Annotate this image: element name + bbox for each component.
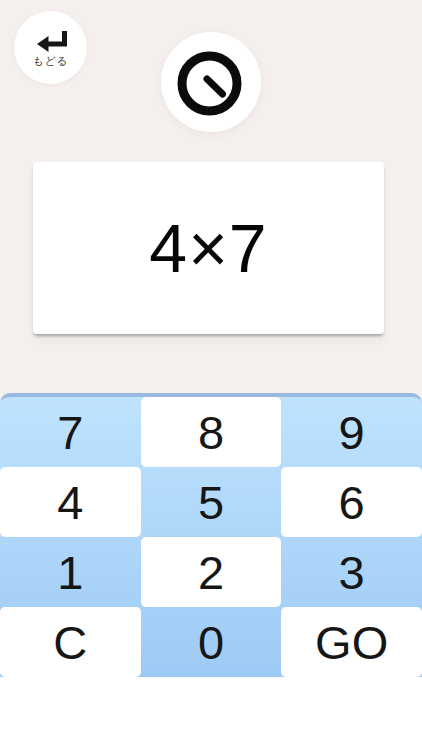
key-3[interactable]: 3 xyxy=(281,537,422,607)
key-7[interactable]: 7 xyxy=(0,397,141,467)
key-0[interactable]: 0 xyxy=(141,607,282,677)
return-arrow-icon xyxy=(33,29,69,52)
key-8[interactable]: 8 xyxy=(141,397,282,467)
key-4[interactable]: 4 xyxy=(0,467,141,537)
keypad-sheet: 7 8 9 4 5 6 1 2 3 C 0 GO xyxy=(0,393,422,750)
timer-button[interactable] xyxy=(161,32,261,132)
keypad: 7 8 9 4 5 6 1 2 3 C 0 GO xyxy=(0,393,422,677)
back-button-label: もどる xyxy=(33,55,68,67)
key-clear[interactable]: C xyxy=(0,607,141,677)
key-go[interactable]: GO xyxy=(281,607,422,677)
key-9[interactable]: 9 xyxy=(281,397,422,467)
back-button[interactable]: もどる xyxy=(14,11,87,84)
problem-card: 4×7 xyxy=(33,162,384,334)
key-2[interactable]: 2 xyxy=(141,537,282,607)
clock-icon xyxy=(161,32,261,132)
problem-text: 4×7 xyxy=(149,214,267,282)
key-5[interactable]: 5 xyxy=(141,467,282,537)
key-1[interactable]: 1 xyxy=(0,537,141,607)
key-6[interactable]: 6 xyxy=(281,467,422,537)
app-screen: { "game": "multiplication flash-card qui… xyxy=(0,0,422,750)
